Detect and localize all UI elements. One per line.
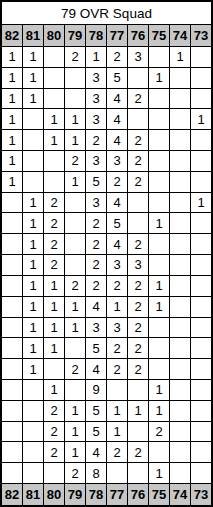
grid-cell-r4-79: 1 [65,109,85,129]
footer-cell-79: 79 [65,484,85,505]
grid-cell-r14-73 [191,318,211,338]
grid-cell-r9-80: 2 [44,213,64,233]
grid-cell-r7-76: 2 [128,172,148,192]
grid-cell-r10-80: 2 [44,234,64,254]
grid-cell-r1-81: 1 [23,47,43,67]
grid-cell-r3-76: 2 [128,89,148,109]
grid-cell-r7-77: 2 [107,172,127,192]
grid-cell-r21-79: 2 [65,463,85,483]
grid-cell-r14-77: 3 [107,318,127,338]
grid-cell-r18-77: 1 [107,401,127,421]
grid-cell-r1-82: 1 [2,47,22,67]
grid-cell-r19-81 [23,422,43,442]
grid-cell-r13-75: 1 [149,297,169,317]
footer-cell-80: 80 [44,484,64,505]
grid-cell-r20-76: 2 [128,442,148,462]
grid-cell-r1-80 [44,47,64,67]
grid-cell-r4-75 [149,109,169,129]
grid-cell-r3-74 [170,89,190,109]
header-cell-78: 78 [86,25,106,46]
grid-cell-r7-75 [149,172,169,192]
grid-cell-r4-78: 3 [86,109,106,129]
grid-cell-r18-80: 2 [44,401,64,421]
grid-cell-r1-74: 1 [170,47,190,67]
grid-cell-r2-76 [128,68,148,88]
grid-cell-r10-79 [65,234,85,254]
header-cell-82: 82 [2,25,22,46]
grid-cell-r14-78: 3 [86,318,106,338]
grid-cell-r15-77: 2 [107,338,127,358]
grid-cell-r7-79: 1 [65,172,85,192]
grid-cell-r11-77: 3 [107,255,127,275]
grid-cell-r12-79: 2 [65,276,85,296]
footer-cell-73: 73 [191,484,211,505]
grid-cell-r6-73 [191,151,211,171]
grid-cell-r1-79: 2 [65,47,85,67]
grid-cell-r1-77: 2 [107,47,127,67]
grid-cell-r9-75: 1 [149,213,169,233]
grid-cell-r13-73 [191,297,211,317]
grid-cell-r7-78: 5 [86,172,106,192]
grid-cell-r9-76 [128,213,148,233]
grid-cell-r5-75 [149,130,169,150]
grid-cell-r1-73 [191,47,211,67]
grid-cell-r10-81: 1 [23,234,43,254]
grid-cell-r8-74 [170,193,190,213]
grid-cell-r19-74 [170,422,190,442]
grid-cell-r8-79 [65,193,85,213]
header-cell-77: 77 [107,25,127,46]
grid-cell-r15-75 [149,338,169,358]
grid-cell-r21-78: 8 [86,463,106,483]
grid-cell-r17-80: 1 [44,380,64,400]
grid-cell-r20-74 [170,442,190,462]
grid-cell-r3-75 [149,89,169,109]
grid-cell-r6-77: 3 [107,151,127,171]
grid-cell-r20-81 [23,442,43,462]
grid-cell-r8-75 [149,193,169,213]
grid-cell-r19-75: 2 [149,422,169,442]
grid-cell-r16-73 [191,359,211,379]
footer-cell-75: 75 [149,484,169,505]
grid-cell-r13-81: 1 [23,297,43,317]
grid-cell-r16-76: 2 [128,359,148,379]
grid-cell-r11-80: 2 [44,255,64,275]
footer-cell-77: 77 [107,484,127,505]
grid-cell-r13-78: 4 [86,297,106,317]
grid-cell-r2-81: 1 [23,68,43,88]
grid-cell-r15-73 [191,338,211,358]
grid-cell-r13-80: 1 [44,297,64,317]
grid-cell-r7-73 [191,172,211,192]
grid-cell-r15-80: 1 [44,338,64,358]
grid-cell-r10-75 [149,234,169,254]
header-cell-75: 75 [149,25,169,46]
grid-cell-r4-76 [128,109,148,129]
grid-cell-r13-79: 1 [65,297,85,317]
grid-cell-r19-82 [2,422,22,442]
grid-cell-r6-74 [170,151,190,171]
grid-cell-r20-80: 2 [44,442,64,462]
grid-cell-r20-75 [149,442,169,462]
grid-cell-r19-76 [128,422,148,442]
grid-cell-r11-79 [65,255,85,275]
grid-cell-r6-82: 1 [2,151,22,171]
grid-cell-r5-73 [191,130,211,150]
grid-cell-r14-75 [149,318,169,338]
grid-cell-r12-78: 2 [86,276,106,296]
grid-cell-r6-75 [149,151,169,171]
grid-cell-r4-81 [23,109,43,129]
grid-cell-r11-74 [170,255,190,275]
table-title: 79 OVR Squad [2,2,211,24]
header-cell-80: 80 [44,25,64,46]
grid-cell-r11-81: 1 [23,255,43,275]
grid-cell-r19-79: 1 [65,422,85,442]
grid-cell-r19-80: 2 [44,422,64,442]
grid-cell-r4-77: 4 [107,109,127,129]
grid-cell-r12-73 [191,276,211,296]
grid-cell-r3-77: 4 [107,89,127,109]
grid-cell-r8-81: 1 [23,193,43,213]
grid-cell-r2-74 [170,68,190,88]
grid-cell-r14-81: 1 [23,318,43,338]
grid-cell-r15-79 [65,338,85,358]
grid-cell-r10-74 [170,234,190,254]
grid-cell-r6-80 [44,151,64,171]
grid-cell-r14-79: 1 [65,318,85,338]
footer-cell-76: 76 [128,484,148,505]
grid-cell-r11-82 [2,255,22,275]
grid-cell-r20-79: 1 [65,442,85,462]
grid-cell-r16-81: 1 [23,359,43,379]
grid-cell-r3-78: 3 [86,89,106,109]
grid-cell-r9-77: 5 [107,213,127,233]
grid-cell-r5-76: 2 [128,130,148,150]
grid-cell-r6-78: 3 [86,151,106,171]
grid-cell-r18-81 [23,401,43,421]
grid-cell-r14-80: 1 [44,318,64,338]
grid-cell-r4-82: 1 [2,109,22,129]
grid-cell-r15-76: 2 [128,338,148,358]
header-cell-81: 81 [23,25,43,46]
grid-cell-r17-73 [191,380,211,400]
grid-cell-r21-80 [44,463,64,483]
grid-cell-r4-73: 1 [191,109,211,129]
grid-cell-r5-82: 1 [2,130,22,150]
grid-cell-r17-82 [2,380,22,400]
grid-cell-r21-76 [128,463,148,483]
grid-cell-r2-73 [191,68,211,88]
grid-cell-r1-76: 3 [128,47,148,67]
footer-cell-82: 82 [2,484,22,505]
header-cell-79: 79 [65,25,85,46]
grid-cell-r2-80 [44,68,64,88]
grid-cell-r16-80 [44,359,64,379]
grid-cell-r16-75 [149,359,169,379]
grid-cell-r2-78: 3 [86,68,106,88]
grid-cell-r18-79: 1 [65,401,85,421]
grid-cell-r18-75: 1 [149,401,169,421]
grid-cell-r17-74 [170,380,190,400]
grid-cell-r12-81: 1 [23,276,43,296]
grid-cell-r21-77 [107,463,127,483]
grid-cell-r4-80: 1 [44,109,64,129]
grid-cell-r17-78: 9 [86,380,106,400]
grid-cell-r19-73 [191,422,211,442]
footer-cell-74: 74 [170,484,190,505]
grid-cell-r18-78: 5 [86,401,106,421]
grid-cell-r17-75: 1 [149,380,169,400]
grid-cell-r12-76: 2 [128,276,148,296]
grid-cell-r19-78: 5 [86,422,106,442]
grid-cell-r11-76: 3 [128,255,148,275]
grid-cell-r12-74 [170,276,190,296]
grid-cell-r12-75: 1 [149,276,169,296]
grid-cell-r21-81 [23,463,43,483]
grid-cell-r7-81 [23,172,43,192]
header-cell-73: 73 [191,25,211,46]
grid-cell-r11-75 [149,255,169,275]
grid-cell-r17-77 [107,380,127,400]
footer-cell-81: 81 [23,484,43,505]
grid-cell-r7-82: 1 [2,172,22,192]
grid-cell-r17-79 [65,380,85,400]
grid-cell-r15-81: 1 [23,338,43,358]
grid-cell-r14-74 [170,318,190,338]
grid-cell-r3-80 [44,89,64,109]
grid-cell-r16-78: 4 [86,359,106,379]
grid-cell-r9-74 [170,213,190,233]
grid-cell-r5-80: 1 [44,130,64,150]
grid-cell-r15-74 [170,338,190,358]
grid-cell-r10-82 [2,234,22,254]
grid-cell-r12-82 [2,276,22,296]
grid-cell-r18-76: 1 [128,401,148,421]
grid-cell-r3-82: 1 [2,89,22,109]
grid-cell-r9-79 [65,213,85,233]
grid-cell-r9-73 [191,213,211,233]
grid-cell-r14-76: 2 [128,318,148,338]
grid-cell-r20-78: 4 [86,442,106,462]
grid-cell-r5-79: 1 [65,130,85,150]
grid-cell-r9-81: 1 [23,213,43,233]
header-cell-74: 74 [170,25,190,46]
grid-cell-r9-78: 2 [86,213,106,233]
grid-cell-r6-76: 2 [128,151,148,171]
grid-cell-r20-77: 2 [107,442,127,462]
grid-cell-r1-75 [149,47,169,67]
grid-cell-r10-76: 2 [128,234,148,254]
grid-cell-r8-78: 3 [86,193,106,213]
grid-cell-r2-79 [65,68,85,88]
grid-cell-r19-77: 1 [107,422,127,442]
grid-cell-r8-82 [2,193,22,213]
grid-cell-r13-77: 1 [107,297,127,317]
squad-rating-table: 79 OVR Squad 828180797877767574731121231… [0,0,213,507]
grid-cell-r16-82 [2,359,22,379]
grid-cell-r2-75: 1 [149,68,169,88]
grid-cell-r17-76 [128,380,148,400]
grid-cell-r2-82: 1 [2,68,22,88]
grid-cell-r10-77: 4 [107,234,127,254]
grid-cell-r5-77: 4 [107,130,127,150]
grid-cell-r9-82 [2,213,22,233]
grid-cell-r7-80 [44,172,64,192]
grid-cell-r5-81 [23,130,43,150]
grid-cell-r8-80: 2 [44,193,64,213]
grid-cell-r5-78: 2 [86,130,106,150]
grid-cell-r15-78: 5 [86,338,106,358]
grid-cell-r20-73 [191,442,211,462]
grid-cell-r6-79: 2 [65,151,85,171]
grid-cell-r20-82 [2,442,22,462]
grid-cell-r5-74 [170,130,190,150]
header-cell-76: 76 [128,25,148,46]
grid-cell-r12-80: 1 [44,276,64,296]
grid-cell-r16-74 [170,359,190,379]
grid-cell-r3-79 [65,89,85,109]
grid-cell-r18-82 [2,401,22,421]
grid-cell-r13-82 [2,297,22,317]
grid-cell-r2-77: 5 [107,68,127,88]
grid-cell-r21-75: 1 [149,463,169,483]
grid-cell-r6-81 [23,151,43,171]
grid-cell-r13-76: 2 [128,297,148,317]
grid-cell-r21-73 [191,463,211,483]
grid-cell-r15-82 [2,338,22,358]
grid-cell-r11-78: 2 [86,255,106,275]
grid-cell-r18-73 [191,401,211,421]
grid-cell-r16-79: 2 [65,359,85,379]
grid-cell-r10-73 [191,234,211,254]
grid-cell-r21-74 [170,463,190,483]
grid-cell-r1-78: 1 [86,47,106,67]
grid-cell-r4-74 [170,109,190,129]
grid-cell-r18-74 [170,401,190,421]
grid-cell-r8-73: 1 [191,193,211,213]
grid-cell-r7-74 [170,172,190,192]
grid-cell-r17-81 [23,380,43,400]
grid-cell-r3-73 [191,89,211,109]
grid-cell-r8-77: 4 [107,193,127,213]
grid-cell-r12-77: 2 [107,276,127,296]
grid-cell-r13-74 [170,297,190,317]
grid-cell-r3-81: 1 [23,89,43,109]
grid-cell-r16-77: 2 [107,359,127,379]
grid-cell-r8-76 [128,193,148,213]
grid-cell-r11-73 [191,255,211,275]
grid-cell-r14-82 [2,318,22,338]
footer-cell-78: 78 [86,484,106,505]
grid-cell-r10-78: 2 [86,234,106,254]
grid-cell-r21-82 [2,463,22,483]
